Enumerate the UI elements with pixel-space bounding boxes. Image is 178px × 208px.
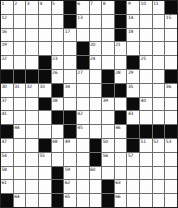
clue-number-11: 11 — [153, 1, 158, 6]
clue-number-15: 15 — [166, 15, 171, 20]
clue-number-26: 26 — [52, 70, 57, 75]
cell-r11c7[interactable] — [77, 139, 89, 152]
cell-r1c8[interactable]: 7 — [90, 1, 102, 14]
cell-r9c10 — [115, 111, 127, 124]
cell-r7c5 — [52, 84, 64, 97]
clue-number-56: 56 — [103, 153, 108, 158]
clue-number-61: 61 — [2, 180, 7, 185]
cell-r12c12[interactable] — [140, 153, 152, 166]
clue-number-60: 60 — [90, 167, 95, 172]
cell-r4c4[interactable] — [39, 42, 51, 55]
cell-r8c3[interactable] — [26, 98, 38, 111]
clue-number-33: 33 — [39, 84, 44, 89]
clue-number-38: 38 — [52, 98, 57, 103]
cell-r12c14[interactable] — [165, 153, 177, 166]
clue-number-23: 23 — [52, 56, 57, 61]
cell-r7c11[interactable]: 35 — [127, 84, 139, 97]
cell-r9c8[interactable] — [90, 111, 102, 124]
clue-number-35: 35 — [128, 84, 133, 89]
cell-r13c13[interactable] — [153, 167, 165, 180]
cell-r8c12[interactable]: 40 — [140, 98, 152, 111]
cell-r13c1[interactable]: 58 — [1, 167, 13, 180]
cell-r15c3[interactable] — [26, 194, 38, 207]
cell-r13c12[interactable] — [140, 167, 152, 180]
clue-number-66: 66 — [115, 194, 120, 199]
clue-number-14: 14 — [128, 15, 133, 20]
cell-r6c3 — [26, 70, 38, 83]
cell-r11c11 — [127, 139, 139, 152]
clue-number-43: 43 — [128, 111, 133, 116]
clue-number-55: 55 — [39, 153, 44, 158]
cell-r3c5[interactable] — [52, 29, 64, 42]
clue-number-19: 19 — [2, 42, 7, 47]
cell-r5c9[interactable] — [102, 56, 114, 69]
cell-r4c12[interactable] — [140, 42, 152, 55]
clue-number-6: 6 — [77, 1, 80, 6]
cell-r7c2[interactable]: 31 — [14, 84, 26, 97]
cell-r2c13[interactable] — [153, 15, 165, 28]
cell-r1c1[interactable]: 1 — [1, 1, 13, 14]
clue-number-63: 63 — [115, 180, 120, 185]
cell-r9c4[interactable] — [39, 111, 51, 124]
cell-r6c4 — [39, 70, 51, 83]
cell-r7c8[interactable] — [90, 84, 102, 97]
clue-number-9: 9 — [128, 1, 131, 6]
cell-r12c1[interactable]: 54 — [1, 153, 13, 166]
cell-r3c8[interactable] — [90, 29, 102, 42]
cell-r5c4 — [39, 56, 51, 69]
cell-r7c12[interactable] — [140, 84, 152, 97]
cell-r3c14[interactable] — [165, 29, 177, 42]
cell-r8c6[interactable] — [64, 98, 76, 111]
cell-r1c11[interactable]: 9 — [127, 1, 139, 14]
cell-r10c13 — [153, 125, 165, 138]
clue-number-17: 17 — [65, 29, 70, 34]
cell-r14c10[interactable]: 63 — [115, 180, 127, 193]
clue-number-41: 41 — [2, 111, 7, 116]
cell-r10c3[interactable] — [26, 125, 38, 138]
cell-r3c12[interactable] — [140, 29, 152, 42]
cell-r1c3[interactable]: 3 — [26, 1, 38, 14]
clue-number-58: 58 — [2, 167, 7, 172]
cell-r13c11[interactable] — [127, 167, 139, 180]
clue-number-22: 22 — [2, 56, 7, 61]
clue-number-28: 28 — [115, 70, 120, 75]
clue-number-54: 54 — [2, 153, 7, 158]
cell-r7c1[interactable]: 30 — [1, 84, 13, 97]
cell-r4c9[interactable] — [102, 42, 114, 55]
cell-r9c3[interactable] — [26, 111, 38, 124]
cell-r6c2 — [14, 70, 26, 83]
cell-r14c6[interactable]: 62 — [64, 180, 76, 193]
cell-r3c10 — [115, 29, 127, 42]
clue-number-16: 16 — [2, 29, 7, 34]
clue-number-40: 40 — [141, 98, 146, 103]
clue-number-39: 39 — [103, 98, 108, 103]
cell-r1c12[interactable]: 10 — [140, 1, 152, 14]
cell-r8c2[interactable] — [14, 98, 26, 111]
clue-number-34: 34 — [65, 84, 70, 89]
cell-r13c2[interactable] — [14, 167, 26, 180]
clue-number-32: 32 — [27, 84, 32, 89]
cell-r10c5[interactable] — [52, 125, 64, 138]
cell-r14c12[interactable] — [140, 180, 152, 193]
cell-r7c14[interactable]: 36 — [165, 84, 177, 97]
cell-r6c7[interactable]: 27 — [77, 70, 89, 83]
clue-number-50: 50 — [103, 139, 108, 144]
clue-number-52: 52 — [153, 139, 158, 144]
cell-r6c10[interactable]: 28 — [115, 70, 127, 83]
cell-r15c2[interactable]: 64 — [14, 194, 26, 207]
cell-r3c1[interactable]: 16 — [1, 29, 13, 42]
cell-r5c2[interactable] — [14, 56, 26, 69]
clue-number-12: 12 — [2, 15, 7, 20]
cell-r6c14 — [165, 70, 177, 83]
cell-r8c8[interactable] — [90, 98, 102, 111]
cell-r2c14[interactable]: 15 — [165, 15, 177, 28]
cell-r7c13[interactable] — [153, 84, 165, 97]
cell-r2c2[interactable] — [14, 15, 26, 28]
cell-r1c4[interactable]: 4 — [39, 1, 51, 14]
cell-r5c13[interactable] — [153, 56, 165, 69]
cell-r6c5[interactable]: 26 — [52, 70, 64, 83]
cell-r8c11 — [127, 98, 139, 111]
cell-r4c5[interactable] — [52, 42, 64, 55]
clue-number-65: 65 — [65, 194, 70, 199]
clue-number-29: 29 — [128, 70, 133, 75]
cell-r8c7[interactable] — [77, 98, 89, 111]
cell-r13c4[interactable] — [39, 167, 51, 180]
clue-number-31: 31 — [14, 84, 19, 89]
cell-r15c14[interactable] — [165, 194, 177, 207]
cell-r10c8[interactable] — [90, 125, 102, 138]
clue-number-46: 46 — [115, 125, 120, 130]
cell-r6c11[interactable]: 29 — [127, 70, 139, 83]
cell-r9c7[interactable]: 42 — [77, 111, 89, 124]
cell-r14c2[interactable] — [14, 180, 26, 193]
cell-r13c7[interactable] — [77, 167, 89, 180]
cell-r4c13[interactable] — [153, 42, 165, 55]
cell-r3c9[interactable] — [102, 29, 114, 42]
cell-r14c1[interactable]: 61 — [1, 180, 13, 193]
cell-r6c8[interactable] — [90, 70, 102, 83]
clue-number-53: 53 — [166, 139, 171, 144]
cell-r15c12[interactable] — [140, 194, 152, 207]
cell-r8c10[interactable] — [115, 98, 127, 111]
cell-r13c3[interactable] — [26, 167, 38, 180]
clue-number-1: 1 — [2, 1, 5, 6]
cell-r2c6 — [64, 15, 76, 28]
cell-r12c4[interactable]: 55 — [39, 153, 51, 166]
cell-r1c13[interactable]: 11 — [153, 1, 165, 14]
cell-r10c6 — [64, 125, 76, 138]
cell-r9c13[interactable] — [153, 111, 165, 124]
clue-number-47: 47 — [2, 139, 7, 144]
cell-r3c7[interactable] — [77, 29, 89, 42]
cell-r5c3[interactable] — [26, 56, 38, 69]
cell-r7c3[interactable]: 32 — [26, 84, 38, 97]
cell-r2c12[interactable] — [140, 15, 152, 28]
cell-r14c14[interactable] — [165, 180, 177, 193]
cell-r11c2[interactable] — [14, 139, 26, 152]
cell-r8c14[interactable] — [165, 98, 177, 111]
cell-r2c4[interactable] — [39, 15, 51, 28]
clue-number-51: 51 — [141, 139, 146, 144]
cell-r7c10 — [115, 84, 127, 97]
cell-r7c9 — [102, 84, 114, 97]
cell-r9c11[interactable]: 43 — [127, 111, 139, 124]
cell-r12c8 — [90, 153, 102, 166]
cell-r10c12 — [140, 125, 152, 138]
cell-r2c1[interactable]: 12 — [1, 15, 13, 28]
cell-r5c1[interactable]: 22 — [1, 56, 13, 69]
cell-r6c13[interactable] — [153, 70, 165, 83]
cell-r15c4[interactable] — [39, 194, 51, 207]
cell-r15c10[interactable]: 66 — [115, 194, 127, 207]
cell-r3c6[interactable]: 17 — [64, 29, 76, 42]
clue-number-8: 8 — [103, 1, 106, 6]
clue-number-13: 13 — [77, 15, 82, 20]
cell-r13c6[interactable]: 59 — [64, 167, 76, 180]
cell-r14c11[interactable] — [127, 180, 139, 193]
cell-r15c5 — [52, 194, 64, 207]
cell-r4c1[interactable]: 19 — [1, 42, 13, 55]
crossword-puzzle: 1234567891011121314151617181920212223242… — [0, 0, 178, 208]
cell-r15c13[interactable] — [153, 194, 165, 207]
cell-r1c14 — [165, 1, 177, 14]
cell-r5c5[interactable]: 23 — [52, 56, 64, 69]
cell-r13c10[interactable] — [115, 167, 127, 180]
cell-r5c7 — [77, 56, 89, 69]
clue-number-64: 64 — [14, 194, 19, 199]
cell-r15c8[interactable] — [90, 194, 102, 207]
cell-r14c3[interactable] — [26, 180, 38, 193]
cell-r9c1[interactable]: 41 — [1, 111, 13, 124]
cell-r13c9[interactable] — [102, 167, 114, 180]
cell-r2c9[interactable] — [102, 15, 114, 28]
cell-r12c6[interactable] — [64, 153, 76, 166]
cell-r4c6[interactable] — [64, 42, 76, 55]
cell-r6c12[interactable] — [140, 70, 152, 83]
cell-r11c4 — [39, 139, 51, 152]
clue-number-24: 24 — [90, 56, 95, 61]
cell-r10c2[interactable]: 44 — [14, 125, 26, 138]
cell-r12c10[interactable] — [115, 153, 127, 166]
cell-r1c9[interactable]: 8 — [102, 1, 114, 14]
cell-r15c1 — [1, 194, 13, 207]
cell-r13c14[interactable] — [165, 167, 177, 180]
cell-r11c9[interactable]: 50 — [102, 139, 114, 152]
cell-r7c6[interactable]: 34 — [64, 84, 76, 97]
cell-r12c2[interactable] — [14, 153, 26, 166]
clue-number-30: 30 — [2, 84, 7, 89]
cell-r3c13[interactable] — [153, 29, 165, 42]
cell-r8c9[interactable]: 39 — [102, 98, 114, 111]
clue-number-7: 7 — [90, 1, 93, 6]
cell-r8c4 — [39, 98, 51, 111]
clue-number-27: 27 — [77, 70, 82, 75]
cell-r11c8 — [90, 139, 102, 152]
cell-r1c6 — [64, 1, 76, 14]
cell-r4c3[interactable] — [26, 42, 38, 55]
cell-r14c4[interactable] — [39, 180, 51, 193]
cell-r14c5 — [52, 180, 64, 193]
cell-r12c3[interactable] — [26, 153, 38, 166]
cell-r11c10[interactable] — [115, 139, 127, 152]
cell-r14c9 — [102, 180, 114, 193]
clue-number-21: 21 — [115, 42, 120, 47]
clue-number-44: 44 — [14, 125, 19, 130]
cell-r7c4[interactable]: 33 — [39, 84, 51, 97]
cell-r3c4[interactable] — [39, 29, 51, 42]
cell-r8c1[interactable]: 37 — [1, 98, 13, 111]
cell-r11c5[interactable]: 48 — [52, 139, 64, 152]
cell-r7c7[interactable] — [77, 84, 89, 97]
clue-number-49: 49 — [65, 139, 70, 144]
cell-r2c10 — [115, 15, 127, 28]
cell-r14c7[interactable] — [77, 180, 89, 193]
cell-r12c5[interactable] — [52, 153, 64, 166]
cell-r11c3[interactable] — [26, 139, 38, 152]
cell-r11c14[interactable]: 53 — [165, 139, 177, 152]
cell-r15c6[interactable]: 65 — [64, 194, 76, 207]
cell-r6c9 — [102, 70, 114, 83]
cell-r14c8[interactable] — [90, 180, 102, 193]
clue-number-10: 10 — [141, 1, 146, 6]
clue-number-62: 62 — [65, 180, 70, 185]
cell-r11c12[interactable]: 51 — [140, 139, 152, 152]
cell-r3c3[interactable] — [26, 29, 38, 42]
cell-r1c5[interactable]: 5 — [52, 1, 64, 14]
cell-r10c7[interactable]: 45 — [77, 125, 89, 138]
cell-r8c5[interactable]: 38 — [52, 98, 64, 111]
clue-number-25: 25 — [141, 56, 146, 61]
cell-r4c11[interactable] — [127, 42, 139, 55]
cell-r13c8[interactable]: 60 — [90, 167, 102, 180]
cell-r1c10 — [115, 1, 127, 14]
cell-r12c13[interactable] — [153, 153, 165, 166]
clue-number-48: 48 — [52, 139, 57, 144]
cell-r2c5[interactable] — [52, 15, 64, 28]
cell-r1c2[interactable]: 2 — [14, 1, 26, 14]
cell-r5c6[interactable] — [64, 56, 76, 69]
cell-r1c7[interactable]: 6 — [77, 1, 89, 14]
cell-r9c6 — [64, 111, 76, 124]
cell-r5c12[interactable]: 25 — [140, 56, 152, 69]
cell-r5c11 — [127, 56, 139, 69]
cell-r15c11[interactable] — [127, 194, 139, 207]
cell-r4c2[interactable] — [14, 42, 26, 55]
clue-number-57: 57 — [128, 153, 133, 158]
cell-r10c10[interactable]: 46 — [115, 125, 127, 138]
cell-r11c6[interactable]: 49 — [64, 139, 76, 152]
cell-r12c11[interactable]: 57 — [127, 153, 139, 166]
clue-number-20: 20 — [90, 42, 95, 47]
cell-r2c8[interactable] — [90, 15, 102, 28]
cell-r11c13[interactable]: 52 — [153, 139, 165, 152]
cell-r4c10[interactable]: 21 — [115, 42, 127, 55]
cell-r9c12[interactable] — [140, 111, 152, 124]
cell-r10c9[interactable] — [102, 125, 114, 138]
cell-r4c14[interactable] — [165, 42, 177, 55]
cell-r9c2[interactable] — [14, 111, 26, 124]
crossword-grid: 1234567891011121314151617181920212223242… — [0, 0, 178, 208]
cell-r8c13[interactable] — [153, 98, 165, 111]
cell-r5c8[interactable]: 24 — [90, 56, 102, 69]
clue-number-36: 36 — [166, 84, 171, 89]
cell-r13c5 — [52, 167, 64, 180]
cell-r2c3[interactable] — [26, 15, 38, 28]
cell-r5c14[interactable] — [165, 56, 177, 69]
cell-r5c10[interactable] — [115, 56, 127, 69]
cell-r4c7 — [77, 42, 89, 55]
cell-r9c14[interactable] — [165, 111, 177, 124]
cell-r4c8[interactable]: 20 — [90, 42, 102, 55]
cell-r2c7[interactable]: 13 — [77, 15, 89, 28]
cell-r10c14 — [165, 125, 177, 138]
cell-r6c1 — [1, 70, 13, 83]
cell-r3c11[interactable]: 18 — [127, 29, 139, 42]
cell-r3c2[interactable] — [14, 29, 26, 42]
cell-r15c9 — [102, 194, 114, 207]
clue-number-59: 59 — [65, 167, 70, 172]
clue-number-45: 45 — [77, 125, 82, 130]
cell-r9c9[interactable] — [102, 111, 114, 124]
clue-number-2: 2 — [14, 1, 17, 6]
clue-number-3: 3 — [27, 1, 30, 6]
cell-r12c9[interactable]: 56 — [102, 153, 114, 166]
cell-r11c1[interactable]: 47 — [1, 139, 13, 152]
cell-r10c4[interactable] — [39, 125, 51, 138]
clue-number-5: 5 — [52, 1, 55, 6]
cell-r10c1 — [1, 125, 13, 138]
clue-number-4: 4 — [39, 1, 42, 6]
cell-r9c5 — [52, 111, 64, 124]
clue-number-18: 18 — [128, 29, 133, 34]
clue-number-42: 42 — [77, 111, 82, 116]
clue-number-37: 37 — [2, 98, 7, 103]
cell-r2c11[interactable]: 14 — [127, 15, 139, 28]
cell-r12c7[interactable] — [77, 153, 89, 166]
cell-r14c13[interactable] — [153, 180, 165, 193]
cell-r6c6[interactable] — [64, 70, 76, 83]
cell-r10c11 — [127, 125, 139, 138]
cell-r15c7[interactable] — [77, 194, 89, 207]
